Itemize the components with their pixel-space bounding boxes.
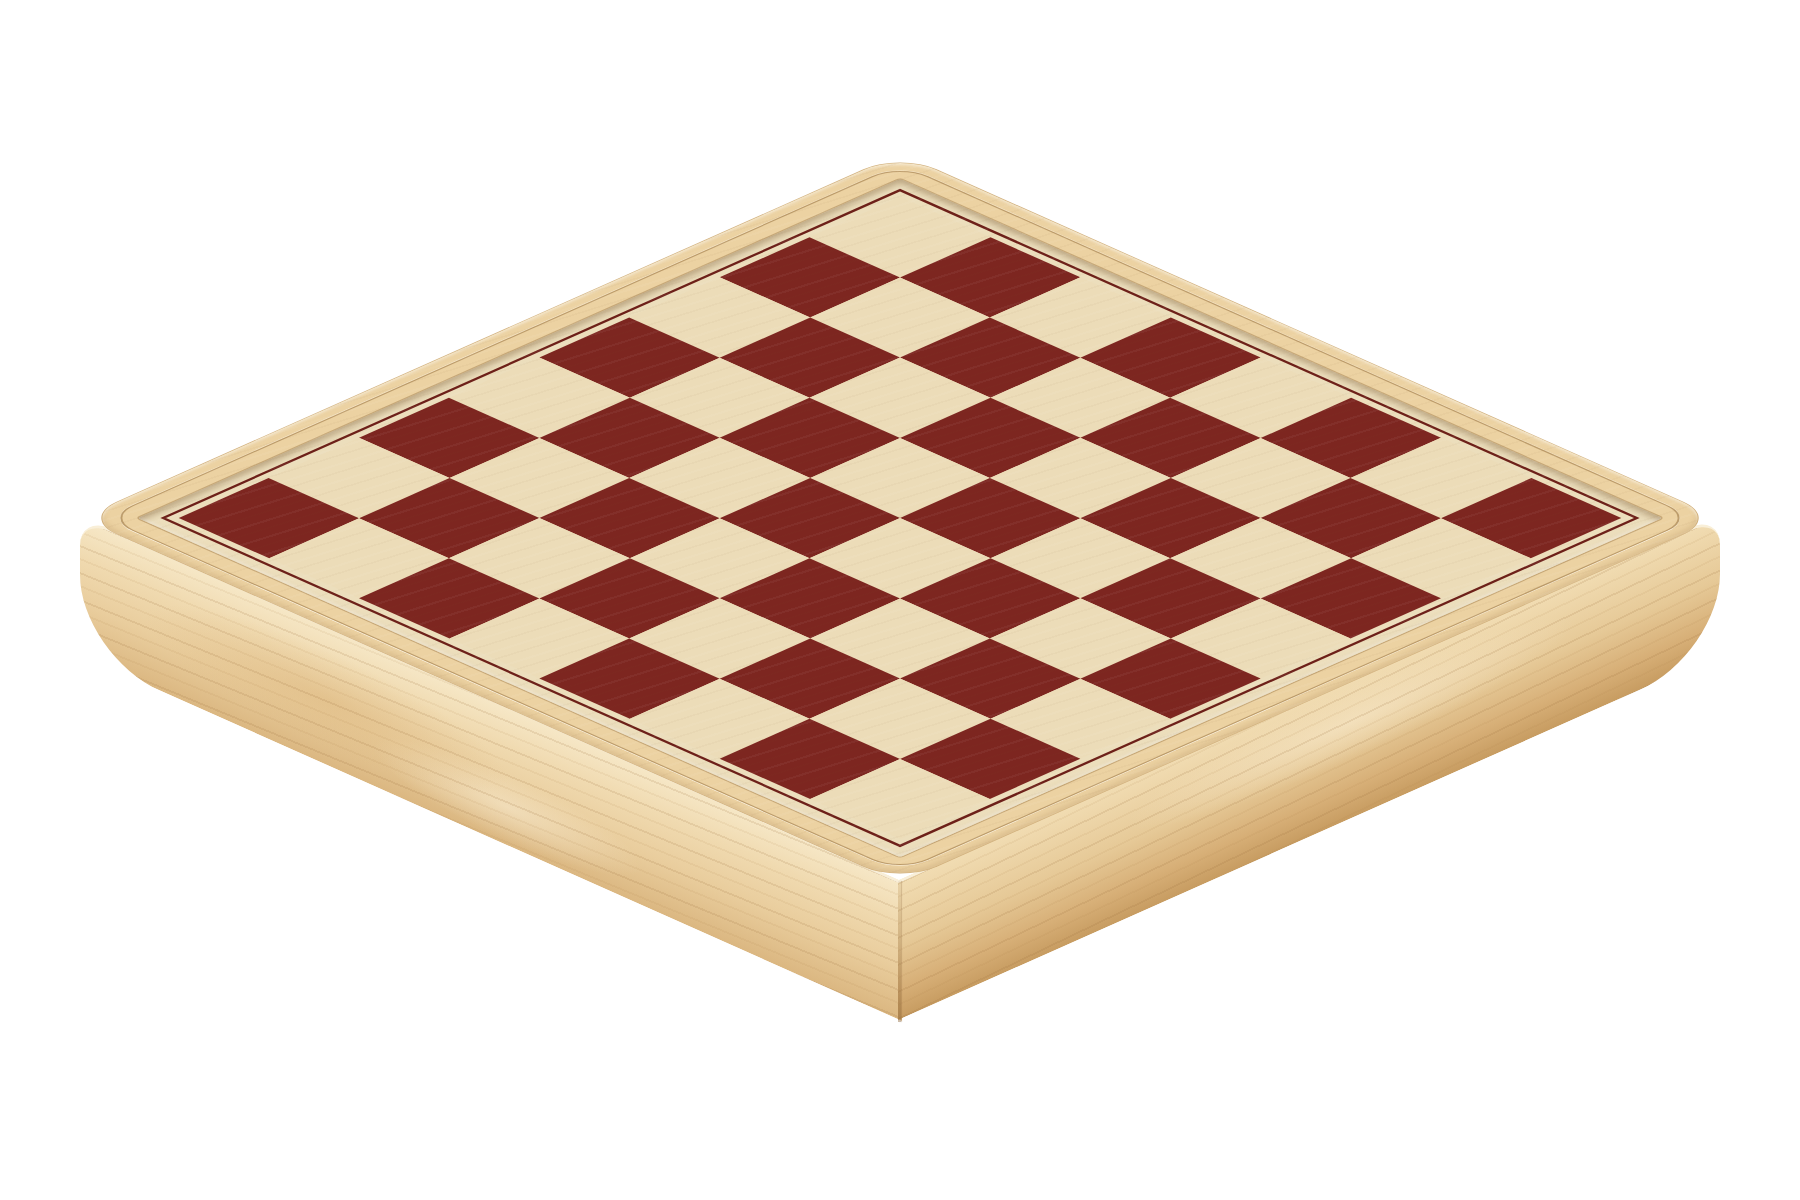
board-front-corner-edge	[898, 881, 901, 1022]
chessboard	[80, 153, 1720, 883]
product-photo-scene	[0, 0, 1800, 1200]
